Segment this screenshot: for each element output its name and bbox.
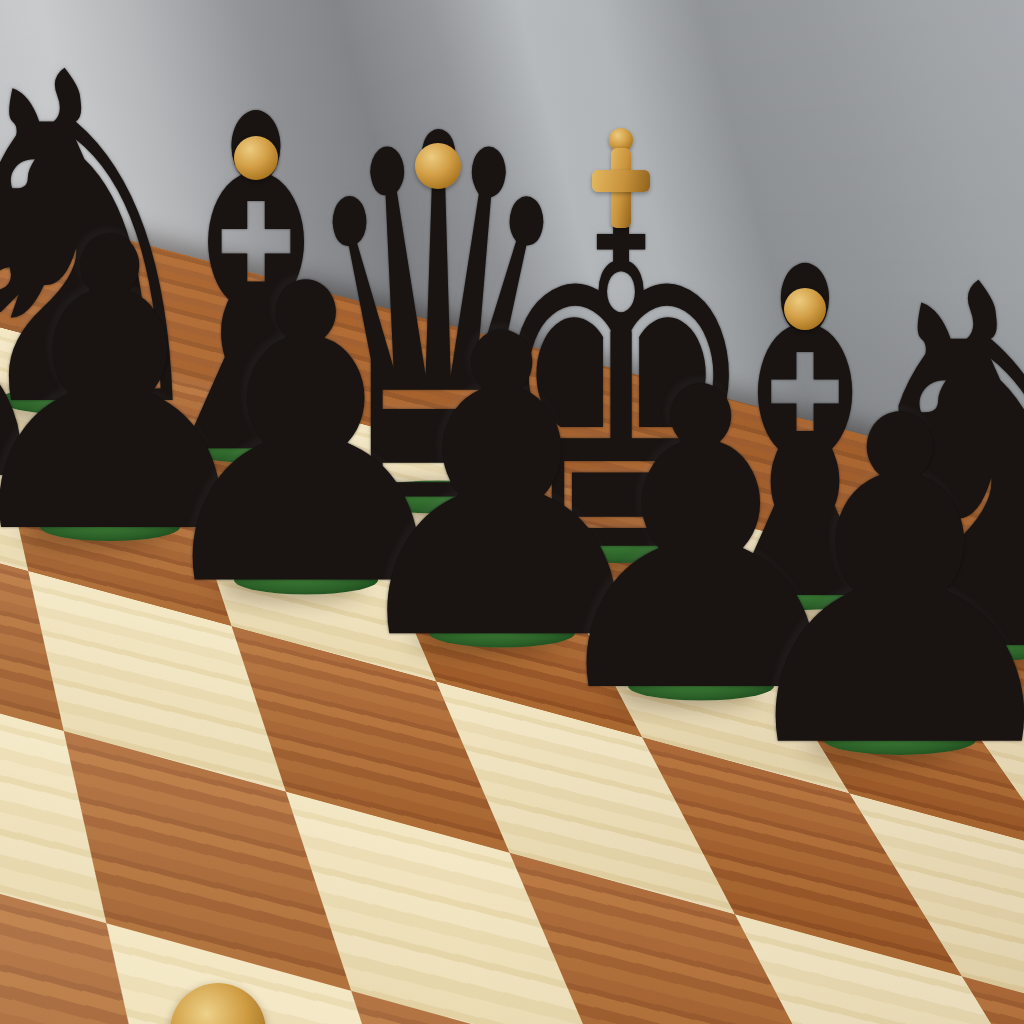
king-finial-arms	[592, 170, 650, 192]
tan-ball-finial	[415, 143, 461, 189]
black-pawn-f7: ♟	[714, 358, 1024, 809]
chess-photo-scene: ♞♝♛♚♝♞♟♟♟♟♟♟	[0, 0, 1024, 1024]
